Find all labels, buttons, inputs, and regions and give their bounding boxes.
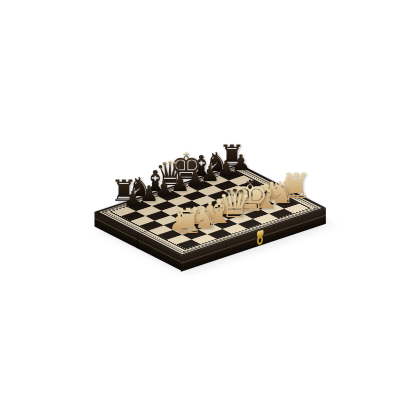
pieces-layer: ♜♟♞♟♝♟♚♟♛♟♝♟♟♞♜♟♟♜♞♟♟♝♟♚♟♛♟♝♟♞♟♜ <box>0 0 420 420</box>
clasp-loop <box>257 235 263 246</box>
chess-set-photo: ♜♟♞♟♝♟♚♟♛♟♝♟♟♞♜♟♟♜♞♟♟♝♟♚♟♛♟♝♟♞♟♜ <box>0 0 420 420</box>
piece-black-pawn-a7[interactable]: ♟ <box>124 189 143 211</box>
piece-white-rook-a1[interactable]: ♜ <box>173 204 204 239</box>
box-fold-gap <box>137 233 138 248</box>
brass-clasp-icon <box>256 229 265 248</box>
